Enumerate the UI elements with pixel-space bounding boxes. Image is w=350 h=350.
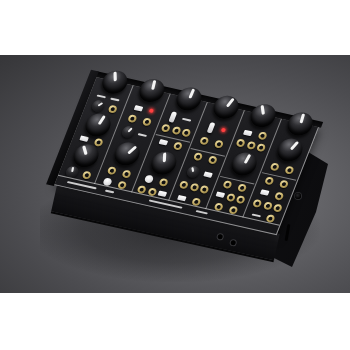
control-row <box>105 139 148 169</box>
patch-jack <box>171 126 182 135</box>
knob-large <box>209 93 241 121</box>
knob-pointer-mark <box>126 145 136 154</box>
knob-pointer-mark <box>112 72 115 82</box>
patch-jack <box>213 140 224 149</box>
patch-jack <box>199 185 210 194</box>
knob-pointer-mark <box>97 115 105 125</box>
jack-hole <box>84 173 89 178</box>
jack-hole <box>175 144 180 149</box>
jack-hole <box>193 199 198 204</box>
slide-switch <box>177 195 187 201</box>
control-row <box>175 180 212 195</box>
patch-jack <box>270 163 281 172</box>
patch-jack <box>199 137 210 146</box>
brand-text-mark <box>149 200 183 209</box>
knob-small <box>185 165 201 179</box>
patch-jack <box>257 131 268 140</box>
knob-pointer-wrap <box>150 150 176 175</box>
patch-jack <box>225 193 236 202</box>
side-jack-hole <box>295 193 301 199</box>
jack-hole <box>267 179 272 184</box>
brand-text-mark <box>105 190 115 194</box>
knob-large <box>172 85 204 113</box>
patch-jack <box>235 139 246 148</box>
jack-hole <box>254 201 259 206</box>
jack-hole <box>259 134 264 139</box>
knob-pointer-mark <box>162 153 166 162</box>
patch-jack <box>181 129 192 138</box>
product-photo <box>0 0 350 350</box>
jack-hole <box>149 190 154 195</box>
brand-text-mark <box>67 181 97 189</box>
knob-pointer-mark <box>242 154 250 164</box>
front-jack-hole <box>230 240 236 246</box>
patch-jack <box>262 201 273 210</box>
jack-hole <box>202 139 207 144</box>
patch-jack <box>160 124 171 133</box>
slide-switch <box>159 140 169 146</box>
slide-switch <box>80 136 90 142</box>
patch-jack <box>223 180 234 189</box>
knob-large <box>227 151 259 179</box>
brand-text-mark <box>196 210 208 214</box>
jack-hole <box>276 194 281 199</box>
patch-jack <box>273 203 284 212</box>
knob-pointer-mark <box>187 89 194 99</box>
control-row <box>198 120 236 138</box>
lever-switch <box>206 122 215 133</box>
jack-hole <box>110 168 115 173</box>
patch-jack <box>245 141 256 150</box>
slide-switch <box>260 189 270 195</box>
knob-pointer-wrap <box>272 134 307 166</box>
jack-hole <box>130 116 135 121</box>
jack-hole <box>268 216 273 221</box>
patch-jack <box>141 117 152 126</box>
patch-jack <box>158 178 169 187</box>
knob-pointer-wrap <box>249 102 277 130</box>
knob-large <box>98 68 130 96</box>
control-row <box>142 148 185 178</box>
jack-hole <box>119 183 124 188</box>
jack-hole <box>184 131 189 136</box>
knob-pointer-mark <box>225 98 234 107</box>
control-row <box>180 163 219 182</box>
slide-switch <box>243 130 253 136</box>
jack-hole <box>144 120 149 125</box>
knob-large <box>110 140 142 168</box>
control-row <box>222 149 265 179</box>
knob-pointer-mark <box>191 166 194 171</box>
jack-hole <box>238 141 243 146</box>
patch-jack <box>178 181 189 190</box>
slide-switch <box>215 192 225 198</box>
panel-label-mark <box>138 133 148 137</box>
patch-jack <box>278 180 289 189</box>
led-indicator <box>149 109 154 114</box>
jack-hole <box>139 187 144 192</box>
jack-hole <box>196 154 201 159</box>
jack-hole <box>191 185 196 190</box>
patch-jack <box>274 191 285 200</box>
knob-large <box>135 77 167 105</box>
jack-hole <box>265 203 270 208</box>
patch-jack <box>237 183 248 192</box>
jack-hole <box>259 146 264 151</box>
knob-pointer-mark <box>298 114 304 123</box>
patch-jack <box>256 143 267 152</box>
patch-jack <box>107 105 118 114</box>
knob-large <box>147 149 179 177</box>
control-row <box>278 109 321 139</box>
jack-hole <box>228 195 233 200</box>
slide-switch <box>158 191 168 197</box>
jack-hole <box>163 126 168 131</box>
jack-hole <box>238 197 243 202</box>
slide-switch <box>203 172 213 178</box>
knob-pointer-mark <box>81 146 87 156</box>
patch-jack <box>264 177 275 186</box>
knob-pointer-wrap <box>186 164 200 178</box>
patch-jack <box>172 141 183 150</box>
lever-switch <box>168 111 177 122</box>
patch-jack <box>252 199 263 208</box>
jack-hole <box>173 128 178 133</box>
patch-jack <box>284 166 295 175</box>
patch-jack <box>236 195 247 204</box>
jack-hole <box>124 172 129 177</box>
knob-pointer-mark <box>289 141 298 150</box>
control-row <box>193 135 230 150</box>
jack-hole <box>160 180 165 185</box>
jack-hole <box>216 142 221 147</box>
jack-hole <box>281 182 286 187</box>
jack-hole <box>239 185 244 190</box>
control-row <box>268 135 311 165</box>
knob-pointer-mark <box>150 80 155 89</box>
patch-jack <box>121 169 132 178</box>
jack-hole <box>248 143 253 148</box>
knob-pointer-wrap <box>226 150 260 180</box>
knob-pointer-mark <box>98 102 104 106</box>
patch-jack <box>107 166 118 175</box>
jack-hole <box>272 165 277 170</box>
patch-jack <box>193 152 204 161</box>
push-button <box>144 175 155 184</box>
knob-pointer-wrap <box>136 78 166 103</box>
knob-large <box>273 136 305 164</box>
knob-pointer-wrap <box>172 85 205 113</box>
knob-pointer-wrap <box>109 138 144 170</box>
jack-hole <box>275 206 280 211</box>
knob-pointer-mark <box>127 127 132 132</box>
jack-hole <box>202 188 207 193</box>
jack-hole <box>230 208 235 213</box>
panel-label-mark <box>252 213 262 217</box>
jack-hole <box>216 205 221 210</box>
jack-hole <box>210 158 215 163</box>
jack-hole <box>96 140 101 145</box>
knob-pointer-mark <box>71 167 74 172</box>
jack-hole <box>110 107 115 112</box>
control-row <box>187 148 225 166</box>
patch-jack <box>189 183 200 192</box>
panel-label-mark <box>111 97 121 101</box>
slide-switch <box>134 105 144 111</box>
panel-label-mark <box>182 118 192 122</box>
jack-hole <box>181 183 186 188</box>
knob-pointer-mark <box>260 105 264 115</box>
jack-hole <box>225 182 230 187</box>
led-indicator <box>221 128 226 133</box>
control-row <box>130 75 173 105</box>
front-jack-hole <box>217 234 223 240</box>
patch-jack <box>127 114 138 123</box>
jack-hole <box>286 168 291 173</box>
patch-jack <box>81 171 92 180</box>
knob-pointer-wrap <box>101 69 127 95</box>
knob-large <box>246 102 278 130</box>
patch-jack <box>207 155 218 164</box>
